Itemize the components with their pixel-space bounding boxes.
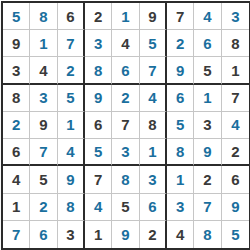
sudoku-cell-r8c9[interactable]: 9 (222, 194, 249, 221)
sudoku-cell-r6c2[interactable]: 7 (30, 139, 57, 166)
sudoku-cell-r8c6[interactable]: 6 (140, 194, 167, 221)
sudoku-cell-r6c8[interactable]: 9 (194, 139, 221, 166)
sudoku-cell-r2c8[interactable]: 6 (194, 30, 221, 57)
sudoku-cell-r7c1[interactable]: 4 (3, 166, 30, 193)
sudoku-cell-r5c5[interactable]: 7 (112, 112, 139, 139)
sudoku-cell-r1c4[interactable]: 2 (85, 3, 112, 30)
sudoku-cell-r1c6[interactable]: 9 (140, 3, 167, 30)
sudoku-cell-r4c5[interactable]: 2 (112, 85, 139, 112)
sudoku-cell-r8c4[interactable]: 4 (85, 194, 112, 221)
sudoku-cell-r8c2[interactable]: 2 (30, 194, 57, 221)
sudoku-cell-r5c1[interactable]: 2 (3, 112, 30, 139)
sudoku-cell-r7c7[interactable]: 1 (167, 166, 194, 193)
sudoku-cell-r4c8[interactable]: 1 (194, 85, 221, 112)
sudoku-cell-r7c8[interactable]: 2 (194, 166, 221, 193)
sudoku-cell-r1c2[interactable]: 8 (30, 3, 57, 30)
sudoku-cell-r8c8[interactable]: 7 (194, 194, 221, 221)
sudoku-cell-r6c6[interactable]: 1 (140, 139, 167, 166)
sudoku-cell-r3c7[interactable]: 9 (167, 57, 194, 84)
sudoku-cell-r4c4[interactable]: 9 (85, 85, 112, 112)
sudoku-cell-r2c4[interactable]: 3 (85, 30, 112, 57)
sudoku-cell-r7c9[interactable]: 6 (222, 166, 249, 193)
sudoku-cell-r7c6[interactable]: 3 (140, 166, 167, 193)
sudoku-cell-r3c3[interactable]: 2 (58, 57, 85, 84)
sudoku-cell-r6c4[interactable]: 5 (85, 139, 112, 166)
sudoku-cell-r8c1[interactable]: 1 (3, 194, 30, 221)
sudoku-cell-r6c5[interactable]: 3 (112, 139, 139, 166)
sudoku-cell-r5c3[interactable]: 1 (58, 112, 85, 139)
sudoku-cell-r9c3[interactable]: 3 (58, 221, 85, 248)
sudoku-screenshot: 5862197439173452683428679518359246172916… (0, 0, 250, 250)
sudoku-cell-r9c1[interactable]: 7 (3, 221, 30, 248)
sudoku-cell-r3c8[interactable]: 5 (194, 57, 221, 84)
sudoku-cell-r4c1[interactable]: 8 (3, 85, 30, 112)
sudoku-cell-r3c5[interactable]: 6 (112, 57, 139, 84)
sudoku-cell-r2c1[interactable]: 9 (3, 30, 30, 57)
sudoku-cell-r5c4[interactable]: 6 (85, 112, 112, 139)
sudoku-cell-r3c1[interactable]: 3 (3, 57, 30, 84)
sudoku-cell-r9c4[interactable]: 1 (85, 221, 112, 248)
sudoku-cell-r4c9[interactable]: 7 (222, 85, 249, 112)
sudoku-cell-r7c3[interactable]: 9 (58, 166, 85, 193)
sudoku-cell-r3c9[interactable]: 1 (222, 57, 249, 84)
sudoku-cell-r5c2[interactable]: 9 (30, 112, 57, 139)
sudoku-board: 5862197439173452683428679518359246172916… (1, 1, 250, 250)
sudoku-cell-r2c5[interactable]: 4 (112, 30, 139, 57)
sudoku-cell-r1c9[interactable]: 3 (222, 3, 249, 30)
sudoku-cell-r2c7[interactable]: 2 (167, 30, 194, 57)
sudoku-cell-r2c3[interactable]: 7 (58, 30, 85, 57)
sudoku-cell-r6c9[interactable]: 2 (222, 139, 249, 166)
sudoku-cell-r1c7[interactable]: 7 (167, 3, 194, 30)
sudoku-cell-r6c7[interactable]: 8 (167, 139, 194, 166)
sudoku-cell-r9c7[interactable]: 4 (167, 221, 194, 248)
sudoku-cell-r3c2[interactable]: 4 (30, 57, 57, 84)
sudoku-cell-r5c9[interactable]: 4 (222, 112, 249, 139)
sudoku-cell-r1c3[interactable]: 6 (58, 3, 85, 30)
sudoku-cell-r5c6[interactable]: 8 (140, 112, 167, 139)
sudoku-cell-r9c5[interactable]: 9 (112, 221, 139, 248)
sudoku-cell-r3c4[interactable]: 8 (85, 57, 112, 84)
sudoku-cell-r9c8[interactable]: 8 (194, 221, 221, 248)
sudoku-cell-r6c1[interactable]: 6 (3, 139, 30, 166)
sudoku-cell-r3c6[interactable]: 7 (140, 57, 167, 84)
sudoku-cell-r9c9[interactable]: 5 (222, 221, 249, 248)
sudoku-cell-r1c8[interactable]: 4 (194, 3, 221, 30)
sudoku-cell-r1c5[interactable]: 1 (112, 3, 139, 30)
sudoku-cell-r2c6[interactable]: 5 (140, 30, 167, 57)
sudoku-cell-r2c9[interactable]: 8 (222, 30, 249, 57)
sudoku-cell-r4c7[interactable]: 6 (167, 85, 194, 112)
sudoku-cell-r4c2[interactable]: 3 (30, 85, 57, 112)
sudoku-cell-r4c6[interactable]: 4 (140, 85, 167, 112)
sudoku-cell-r5c8[interactable]: 3 (194, 112, 221, 139)
sudoku-cell-r8c5[interactable]: 5 (112, 194, 139, 221)
sudoku-cell-r2c2[interactable]: 1 (30, 30, 57, 57)
sudoku-cell-r4c3[interactable]: 5 (58, 85, 85, 112)
sudoku-cell-r8c7[interactable]: 3 (167, 194, 194, 221)
sudoku-cell-r5c7[interactable]: 5 (167, 112, 194, 139)
sudoku-cell-r7c2[interactable]: 5 (30, 166, 57, 193)
sudoku-cell-r7c4[interactable]: 7 (85, 166, 112, 193)
sudoku-cell-r9c2[interactable]: 6 (30, 221, 57, 248)
sudoku-cell-r8c3[interactable]: 8 (58, 194, 85, 221)
sudoku-cell-r1c1[interactable]: 5 (3, 3, 30, 30)
sudoku-cell-r7c5[interactable]: 8 (112, 166, 139, 193)
sudoku-cell-r6c3[interactable]: 4 (58, 139, 85, 166)
sudoku-cell-r9c6[interactable]: 2 (140, 221, 167, 248)
